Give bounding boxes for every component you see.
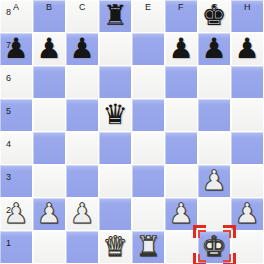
piece-black-king-g8[interactable]: ♚ — [198, 0, 230, 32]
square-c8[interactable]: C — [66, 0, 99, 33]
square-d4[interactable] — [99, 132, 132, 165]
square-e8[interactable]: E — [132, 0, 165, 33]
piece-black-pawn-b7[interactable]: ♟ — [33, 33, 65, 65]
square-g6[interactable] — [198, 66, 231, 99]
file-label-e: E — [145, 2, 151, 12]
piece-white-pawn-b2[interactable]: ♟ — [33, 198, 65, 230]
piece-black-pawn-f7[interactable]: ♟ — [165, 33, 197, 65]
square-f6[interactable] — [165, 66, 198, 99]
square-g7[interactable]: ♟ — [198, 33, 231, 66]
chess-board: A8BCD♜EFG♚H7♟♟♟♟♟♟65♛43♟2♟♟♟♟♟1♛♜♚ — [0, 0, 264, 264]
square-h7[interactable]: ♟ — [231, 33, 264, 66]
square-h6[interactable] — [231, 66, 264, 99]
square-f3[interactable] — [165, 165, 198, 198]
rank-label-4: 4 — [6, 139, 11, 149]
square-a7[interactable]: 7♟ — [0, 33, 33, 66]
square-a1[interactable]: 1 — [0, 231, 33, 264]
square-d7[interactable] — [99, 33, 132, 66]
square-g2[interactable] — [198, 198, 231, 231]
square-c5[interactable] — [66, 99, 99, 132]
square-b1[interactable] — [33, 231, 66, 264]
square-c6[interactable] — [66, 66, 99, 99]
piece-black-pawn-g7[interactable]: ♟ — [198, 33, 230, 65]
square-g5[interactable] — [198, 99, 231, 132]
square-a4[interactable]: 4 — [0, 132, 33, 165]
piece-white-pawn-f2[interactable]: ♟ — [165, 198, 197, 230]
square-c3[interactable] — [66, 165, 99, 198]
square-d8[interactable]: D♜ — [99, 0, 132, 33]
rank-label-6: 6 — [6, 73, 11, 83]
square-b6[interactable] — [33, 66, 66, 99]
square-b3[interactable] — [33, 165, 66, 198]
piece-white-pawn-g3[interactable]: ♟ — [198, 165, 230, 197]
square-f8[interactable]: F — [165, 0, 198, 33]
rank-label-3: 3 — [6, 172, 11, 182]
square-e5[interactable] — [132, 99, 165, 132]
piece-black-pawn-c7[interactable]: ♟ — [66, 33, 98, 65]
square-g3[interactable]: ♟ — [198, 165, 231, 198]
piece-black-pawn-h7[interactable]: ♟ — [231, 33, 263, 65]
square-f4[interactable] — [165, 132, 198, 165]
piece-black-queen-d5[interactable]: ♛ — [99, 99, 131, 131]
piece-black-pawn-a7[interactable]: ♟ — [0, 33, 32, 65]
square-c1[interactable] — [66, 231, 99, 264]
square-h8[interactable]: H — [231, 0, 264, 33]
piece-white-rook-e1[interactable]: ♜ — [132, 231, 164, 263]
square-g1[interactable]: ♚ — [198, 231, 231, 264]
square-d2[interactable] — [99, 198, 132, 231]
square-e1[interactable]: ♜ — [132, 231, 165, 264]
square-f5[interactable] — [165, 99, 198, 132]
square-h2[interactable]: ♟ — [231, 198, 264, 231]
piece-white-pawn-c2[interactable]: ♟ — [66, 198, 98, 230]
piece-white-queen-d1[interactable]: ♛ — [99, 231, 131, 263]
square-b7[interactable]: ♟ — [33, 33, 66, 66]
square-h5[interactable] — [231, 99, 264, 132]
square-b5[interactable] — [33, 99, 66, 132]
rank-label-1: 1 — [6, 238, 11, 248]
square-d1[interactable]: ♛ — [99, 231, 132, 264]
square-b2[interactable]: ♟ — [33, 198, 66, 231]
square-a2[interactable]: 2♟ — [0, 198, 33, 231]
square-e3[interactable] — [132, 165, 165, 198]
file-label-b: B — [46, 2, 52, 12]
piece-white-king-g1[interactable]: ♚ — [198, 231, 230, 263]
square-f7[interactable]: ♟ — [165, 33, 198, 66]
file-label-a: A — [13, 2, 19, 12]
piece-white-pawn-h2[interactable]: ♟ — [231, 198, 263, 230]
square-d6[interactable] — [99, 66, 132, 99]
square-d3[interactable] — [99, 165, 132, 198]
square-b4[interactable] — [33, 132, 66, 165]
square-c2[interactable]: ♟ — [66, 198, 99, 231]
square-g8[interactable]: G♚ — [198, 0, 231, 33]
square-a8[interactable]: A8 — [0, 0, 33, 33]
square-g4[interactable] — [198, 132, 231, 165]
square-a3[interactable]: 3 — [0, 165, 33, 198]
file-label-h: H — [244, 2, 251, 12]
piece-black-rook-d8[interactable]: ♜ — [99, 0, 131, 32]
square-e2[interactable] — [132, 198, 165, 231]
square-e4[interactable] — [132, 132, 165, 165]
square-b8[interactable]: B — [33, 0, 66, 33]
rank-label-5: 5 — [6, 106, 11, 116]
rank-label-8: 8 — [6, 7, 11, 17]
file-label-f: F — [178, 2, 184, 12]
square-d5[interactable]: ♛ — [99, 99, 132, 132]
square-h4[interactable] — [231, 132, 264, 165]
square-c4[interactable] — [66, 132, 99, 165]
square-e6[interactable] — [132, 66, 165, 99]
square-a5[interactable]: 5 — [0, 99, 33, 132]
square-f2[interactable]: ♟ — [165, 198, 198, 231]
square-e7[interactable] — [132, 33, 165, 66]
file-label-c: C — [79, 2, 86, 12]
square-c7[interactable]: ♟ — [66, 33, 99, 66]
square-a6[interactable]: 6 — [0, 66, 33, 99]
square-f1[interactable] — [165, 231, 198, 264]
piece-white-pawn-a2[interactable]: ♟ — [0, 198, 32, 230]
square-h3[interactable] — [231, 165, 264, 198]
square-h1[interactable] — [231, 231, 264, 264]
